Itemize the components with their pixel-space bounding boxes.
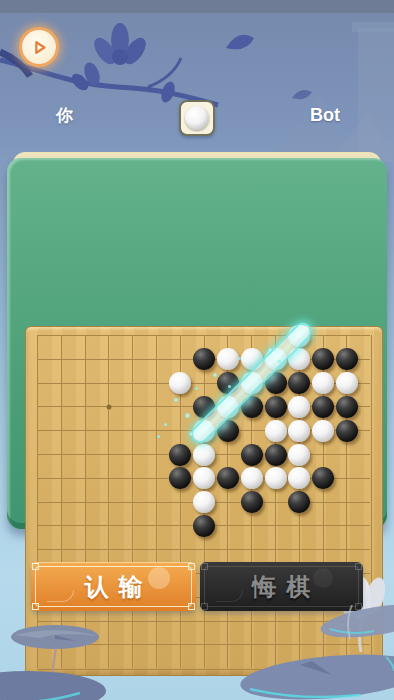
board-cell[interactable] [37,454,61,478]
board-cell[interactable] [346,621,370,645]
board-cell[interactable] [132,621,156,645]
board-cell[interactable] [108,621,132,645]
stone-white [193,444,215,466]
board-cell[interactable] [85,621,109,645]
board-cell[interactable] [108,454,132,478]
board-cell[interactable] [37,621,61,645]
resign-button[interactable]: 认输 [31,562,196,611]
board-cell[interactable] [85,383,109,407]
board-cell[interactable] [156,335,180,359]
stone-white [217,348,239,370]
board-cell[interactable] [323,621,347,645]
stone-white [312,420,334,442]
board-cell[interactable] [299,621,323,645]
stone-black [312,396,334,418]
board-cell[interactable] [346,525,370,549]
board-cell[interactable] [227,644,251,668]
stone-black [336,348,358,370]
board-cell[interactable] [85,478,109,502]
board-cell[interactable] [61,502,85,526]
board-cell[interactable] [323,525,347,549]
board-cell[interactable] [227,525,251,549]
resign-button-label: 认输 [75,571,153,603]
stone-white [288,325,310,347]
board-cell[interactable] [132,406,156,430]
board-cell[interactable] [37,644,61,668]
board-cell[interactable] [299,525,323,549]
board-cell[interactable] [251,644,275,668]
stone-black [169,444,191,466]
board-cell[interactable] [275,525,299,549]
board-cell[interactable] [85,502,109,526]
board-cell[interactable] [108,478,132,502]
board-cell[interactable] [132,644,156,668]
stone-black [288,372,310,394]
board-cell[interactable] [61,359,85,383]
stone-black [193,515,215,537]
stone-white [169,372,191,394]
board-cell[interactable] [37,430,61,454]
board-cell[interactable] [323,644,347,668]
corner-ornament [355,563,362,570]
stone-black [265,444,287,466]
undo-button[interactable]: 悔棋 [200,562,363,611]
board-cell[interactable] [61,335,85,359]
board-cell[interactable] [61,644,85,668]
board-cell[interactable] [108,644,132,668]
board-cell[interactable] [156,502,180,526]
stone-black [312,467,334,489]
stone-white [288,444,310,466]
white-stone-icon [185,106,209,130]
board-cell[interactable] [85,406,109,430]
stone-white [288,396,310,418]
board-cell[interactable] [61,383,85,407]
stone-white [217,396,239,418]
board-cell[interactable] [85,430,109,454]
board-cell[interactable] [132,478,156,502]
board-cell[interactable] [180,621,204,645]
board-cell[interactable] [156,644,180,668]
gomoku-board[interactable] [25,326,383,676]
board-cell[interactable] [37,383,61,407]
stone-black [312,348,334,370]
board-cell[interactable] [108,359,132,383]
board-cell[interactable] [85,644,109,668]
board-cell[interactable] [346,478,370,502]
board-cell[interactable] [37,525,61,549]
stone-black [193,348,215,370]
board-cell[interactable] [132,335,156,359]
stone-white [265,467,287,489]
board-cell[interactable] [132,359,156,383]
stone-white [193,491,215,513]
board-cell[interactable] [61,478,85,502]
board-cell[interactable] [108,383,132,407]
stone-white [193,420,215,442]
board-cell[interactable] [61,406,85,430]
board-cell[interactable] [323,502,347,526]
stone-black [169,467,191,489]
board-cell[interactable] [61,454,85,478]
stone-white [265,420,287,442]
board-cell[interactable] [37,359,61,383]
board-cell[interactable] [346,644,370,668]
board-cell[interactable] [180,644,204,668]
player-label: 你 [56,104,73,127]
corner-ornament [201,603,208,610]
board-cell[interactable] [275,621,299,645]
stone-black [265,396,287,418]
stone-white [288,420,310,442]
board-frame [7,158,387,529]
board-cell[interactable] [346,454,370,478]
board-cell[interactable] [251,621,275,645]
board-cell[interactable] [37,335,61,359]
board-cell[interactable] [85,525,109,549]
board-cell[interactable] [61,525,85,549]
board-cell[interactable] [61,430,85,454]
corner-ornament [188,563,195,570]
board-cell[interactable] [227,621,251,645]
stone-white [241,467,263,489]
stone-black [217,420,239,442]
stone-black [241,491,263,513]
stone-black [288,491,310,513]
board-cell[interactable] [108,525,132,549]
bot-label: Bot [310,105,340,126]
play-icon [31,39,48,56]
board-cell[interactable] [108,335,132,359]
board-cell[interactable] [108,406,132,430]
status-bar-strip [0,0,394,13]
board-cell[interactable] [85,335,109,359]
turn-indicator-badge [179,100,215,136]
board-cell[interactable] [204,644,228,668]
stone-black [336,396,358,418]
board-cell[interactable] [156,621,180,645]
stone-black [217,467,239,489]
corner-ornament [32,563,39,570]
board-cell[interactable] [85,454,109,478]
board-cell[interactable] [204,621,228,645]
stone-black [241,396,263,418]
background-flower-branch [0,0,394,165]
stone-white [288,467,310,489]
corner-ornament [201,563,208,570]
board-cell[interactable] [132,430,156,454]
gomoku-game-screen: 你 Bot 认输 悔棋 [0,0,394,700]
corner-ornament [188,603,195,610]
board-cell[interactable] [132,383,156,407]
stone-white [193,467,215,489]
board-cell[interactable] [132,525,156,549]
board-cell[interactable] [85,359,109,383]
corner-ornament [32,603,39,610]
stone-black [336,420,358,442]
board-cell[interactable] [61,621,85,645]
board-cell[interactable] [275,644,299,668]
stone-white [241,372,263,394]
stone-white [336,372,358,394]
board-cell[interactable] [132,454,156,478]
star-point [106,404,111,409]
board-cell[interactable] [37,478,61,502]
board-cell[interactable] [251,525,275,549]
stone-black [217,372,239,394]
undo-button-label: 悔棋 [243,571,321,603]
stone-white [241,348,263,370]
corner-ornament [355,603,362,610]
stone-black [241,444,263,466]
board-cell[interactable] [156,525,180,549]
replay-button[interactable] [22,30,56,64]
board-cell[interactable] [37,406,61,430]
board-cell[interactable] [156,406,180,430]
stone-white [265,348,287,370]
board-grid [37,335,372,670]
board-cell[interactable] [108,502,132,526]
board-cell[interactable] [37,502,61,526]
stone-black [265,372,287,394]
stone-black [193,396,215,418]
board-cell[interactable] [108,430,132,454]
stone-white [312,372,334,394]
board-cell[interactable] [346,502,370,526]
board-cell[interactable] [299,644,323,668]
stone-white [288,348,310,370]
board-cell[interactable] [132,502,156,526]
